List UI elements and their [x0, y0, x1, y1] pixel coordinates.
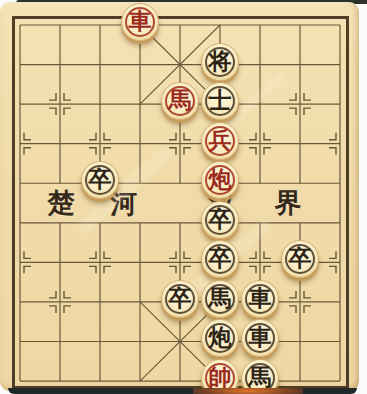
- piece-red-soldier[interactable]: 兵: [201, 122, 239, 160]
- piece-black-general[interactable]: 将: [201, 43, 239, 81]
- piece-red-horse[interactable]: 馬: [161, 82, 199, 120]
- piece-character: 士: [202, 83, 238, 119]
- piece-character: 車: [242, 281, 278, 317]
- piece-character: 兵: [202, 123, 238, 159]
- bottom-glow: [193, 388, 303, 394]
- piece-black-chariot[interactable]: 車: [241, 319, 279, 357]
- piece-black-advisor[interactable]: 士: [201, 82, 239, 120]
- piece-character: 将: [202, 44, 238, 80]
- piece-character: 炮: [202, 162, 238, 198]
- piece-character: 卒: [82, 162, 118, 198]
- bottom-edge-bar: [8, 388, 357, 394]
- piece-red-chariot[interactable]: 車: [121, 3, 159, 41]
- piece-black-soldier[interactable]: 卒: [81, 161, 119, 199]
- piece-black-cannon[interactable]: 炮: [201, 319, 239, 357]
- piece-red-cannon[interactable]: 炮: [201, 161, 239, 199]
- piece-black-soldier[interactable]: 卒: [161, 280, 199, 318]
- pieces-layer: 車将馬士兵卒炮卒卒卒卒馬車炮車帥馬: [0, 0, 367, 394]
- piece-black-chariot[interactable]: 車: [241, 280, 279, 318]
- piece-black-soldier[interactable]: 卒: [281, 240, 319, 278]
- piece-character: 馬: [162, 83, 198, 119]
- piece-character: 卒: [282, 241, 318, 277]
- piece-character: 卒: [202, 202, 238, 238]
- piece-character: 馬: [202, 281, 238, 317]
- piece-character: 卒: [162, 281, 198, 317]
- piece-character: 炮: [202, 320, 238, 356]
- piece-black-soldier[interactable]: 卒: [201, 201, 239, 239]
- piece-black-soldier[interactable]: 卒: [201, 240, 239, 278]
- piece-character: 車: [122, 4, 158, 40]
- piece-character: 車: [242, 320, 278, 356]
- xiangqi-app-screen: 楚 河 汉 界 車将馬士兵卒炮卒卒卒卒馬車炮車帥馬: [0, 0, 367, 394]
- piece-black-horse[interactable]: 馬: [201, 280, 239, 318]
- piece-character: 卒: [202, 241, 238, 277]
